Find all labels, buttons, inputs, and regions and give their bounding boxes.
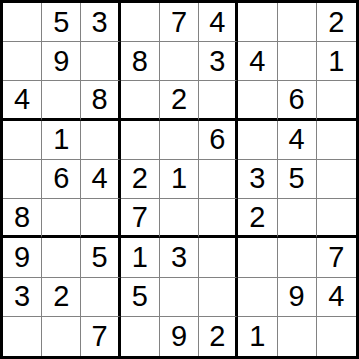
cell-r3c6[interactable] [199,81,238,120]
cell-r7c7[interactable] [238,238,277,277]
cell-r3c3[interactable]: 8 [81,81,120,120]
cell-r1c5[interactable]: 7 [160,3,199,42]
cell-r6c8[interactable] [278,199,317,238]
cell-r4c3[interactable] [81,121,120,160]
cell-r9c9[interactable] [317,317,356,356]
cell-r8c2[interactable]: 2 [42,278,81,317]
cell-r3c1[interactable]: 4 [3,81,42,120]
cell-r1c2[interactable]: 5 [42,3,81,42]
cell-r7c4[interactable]: 1 [121,238,160,277]
cell-r1c4[interactable] [121,3,160,42]
cell-r6c2[interactable] [42,199,81,238]
cell-r7c1[interactable]: 9 [3,238,42,277]
cell-r2c7[interactable]: 4 [238,42,277,81]
cell-r8c4[interactable]: 5 [121,278,160,317]
cell-r6c1[interactable]: 8 [3,199,42,238]
cell-r9c6[interactable]: 2 [199,317,238,356]
cell-r2c1[interactable] [3,42,42,81]
cell-r9c1[interactable] [3,317,42,356]
cell-r8c1[interactable]: 3 [3,278,42,317]
cell-r8c8[interactable]: 9 [278,278,317,317]
cell-r2c2[interactable]: 9 [42,42,81,81]
cell-r5c9[interactable] [317,160,356,199]
cell-r1c6[interactable]: 4 [199,3,238,42]
cell-r1c3[interactable]: 3 [81,3,120,42]
cell-r2c3[interactable] [81,42,120,81]
cell-r4c7[interactable] [238,121,277,160]
cell-r4c8[interactable]: 4 [278,121,317,160]
cell-r7c5[interactable]: 3 [160,238,199,277]
cell-r4c4[interactable] [121,121,160,160]
cell-r6c6[interactable] [199,199,238,238]
cell-r9c4[interactable] [121,317,160,356]
cell-r4c2[interactable]: 1 [42,121,81,160]
cell-r2c8[interactable] [278,42,317,81]
cell-r5c7[interactable]: 3 [238,160,277,199]
cell-r4c9[interactable] [317,121,356,160]
cell-r6c9[interactable] [317,199,356,238]
cell-r8c7[interactable] [238,278,277,317]
cell-r7c6[interactable] [199,238,238,277]
cell-r4c5[interactable] [160,121,199,160]
cell-r1c8[interactable] [278,3,317,42]
cell-r5c8[interactable]: 5 [278,160,317,199]
sudoku-board: 5374298341482616464213587295137325947921 [0,0,359,359]
cell-r5c6[interactable] [199,160,238,199]
cell-r4c6[interactable]: 6 [199,121,238,160]
cell-r9c3[interactable]: 7 [81,317,120,356]
cell-r2c6[interactable]: 3 [199,42,238,81]
cell-r3c2[interactable] [42,81,81,120]
cell-r7c2[interactable] [42,238,81,277]
cell-r9c8[interactable] [278,317,317,356]
cell-r7c8[interactable] [278,238,317,277]
cell-r1c9[interactable]: 2 [317,3,356,42]
cell-r5c5[interactable]: 1 [160,160,199,199]
cell-r6c4[interactable]: 7 [121,199,160,238]
cell-r6c3[interactable] [81,199,120,238]
cell-r5c1[interactable] [3,160,42,199]
cell-r8c9[interactable]: 4 [317,278,356,317]
cell-r6c5[interactable] [160,199,199,238]
cell-r9c5[interactable]: 9 [160,317,199,356]
cell-r5c3[interactable]: 4 [81,160,120,199]
cell-r3c9[interactable] [317,81,356,120]
cell-r2c9[interactable]: 1 [317,42,356,81]
cell-r1c7[interactable] [238,3,277,42]
cell-r6c7[interactable]: 2 [238,199,277,238]
cell-r8c5[interactable] [160,278,199,317]
cell-r3c8[interactable]: 6 [278,81,317,120]
cell-r9c7[interactable]: 1 [238,317,277,356]
cell-r2c4[interactable]: 8 [121,42,160,81]
cell-r7c9[interactable]: 7 [317,238,356,277]
cell-r1c1[interactable] [3,3,42,42]
cell-r3c5[interactable]: 2 [160,81,199,120]
cell-r3c4[interactable] [121,81,160,120]
cell-r8c3[interactable] [81,278,120,317]
cell-r9c2[interactable] [42,317,81,356]
cell-r5c4[interactable]: 2 [121,160,160,199]
cell-r2c5[interactable] [160,42,199,81]
cell-r8c6[interactable] [199,278,238,317]
cell-r5c2[interactable]: 6 [42,160,81,199]
cell-r3c7[interactable] [238,81,277,120]
cell-r4c1[interactable] [3,121,42,160]
cell-r7c3[interactable]: 5 [81,238,120,277]
